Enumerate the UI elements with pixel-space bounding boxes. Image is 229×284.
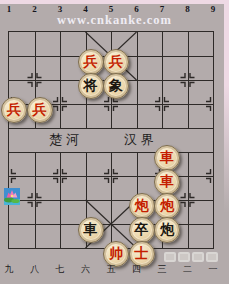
bottom-file-label: 九 [1, 264, 17, 275]
bottom-file-label: 一 [205, 264, 221, 275]
bottom-file-label: 三 [154, 264, 170, 275]
piece-black-soldier[interactable]: 卒 [129, 217, 155, 243]
faint-watermark-block [178, 252, 190, 262]
piece-red-chariot[interactable]: 車 [154, 169, 180, 195]
site-watermark-text: www.cnkanke.com [0, 13, 229, 28]
piece-red-soldier[interactable]: 兵 [1, 97, 27, 123]
piece-red-soldier[interactable]: 兵 [27, 97, 53, 123]
xiangqi-diagram: 123456789 www.cnkanke.com 楚河 汉界 兵兵将象兵兵車車… [0, 0, 229, 284]
piece-red-cannon[interactable]: 炮 [154, 193, 180, 219]
faint-watermark-block [192, 252, 204, 262]
faint-watermark-blocks [164, 252, 218, 262]
bottom-file-label: 二 [180, 264, 196, 275]
piece-black-elephant[interactable]: 象 [103, 73, 129, 99]
bottom-file-label: 四 [129, 264, 145, 275]
bottom-file-label: 六 [78, 264, 94, 275]
piece-red-soldier[interactable]: 兵 [78, 49, 104, 75]
bottom-file-label: 五 [103, 264, 119, 275]
faint-watermark-block [206, 252, 218, 262]
window-right-strip [224, 0, 229, 284]
piece-layer: 兵兵将象兵兵車車炮炮車卒炮帅士 [9, 32, 213, 248]
piece-red-chariot[interactable]: 車 [154, 145, 180, 171]
faint-watermark-block [164, 252, 176, 262]
piece-black-general[interactable]: 将 [78, 73, 104, 99]
piece-red-cannon[interactable]: 炮 [129, 193, 155, 219]
lotus-flower-icon [4, 188, 20, 205]
bottom-file-label: 七 [52, 264, 68, 275]
bottom-file-label: 八 [27, 264, 43, 275]
piece-red-soldier[interactable]: 兵 [103, 49, 129, 75]
piece-black-cannon[interactable]: 炮 [154, 217, 180, 243]
piece-black-chariot[interactable]: 車 [78, 217, 104, 243]
